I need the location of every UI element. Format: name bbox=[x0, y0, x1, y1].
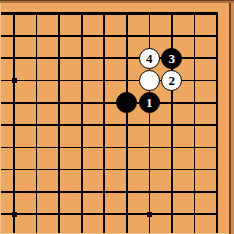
stone-white-plain bbox=[139, 70, 160, 91]
stone-white-4: 4 bbox=[139, 48, 160, 69]
frame-top-border bbox=[0, 0, 234, 3]
stone-move-number: 1 bbox=[146, 96, 153, 109]
stone-black-1: 1 bbox=[139, 92, 160, 113]
frame-bottom-highlight bbox=[0, 233, 234, 234]
stone-move-number: 2 bbox=[169, 73, 176, 86]
frame-left-highlight bbox=[0, 0, 1, 234]
stone-move-number: 4 bbox=[146, 51, 153, 64]
board-cell: 1 bbox=[138, 92, 161, 114]
board-cell: 3 bbox=[161, 47, 184, 69]
board-cell bbox=[115, 92, 138, 114]
board-cell: 2 bbox=[161, 69, 184, 91]
stone-white-2: 2 bbox=[161, 70, 182, 91]
stone-move-number: 3 bbox=[169, 51, 176, 64]
frame-right-outer-border bbox=[231, 0, 234, 234]
board-cell bbox=[138, 69, 161, 91]
stones-layer: 1234 bbox=[3, 2, 228, 225]
stone-black-plain bbox=[116, 92, 137, 113]
go-board-diagram: 1234 bbox=[0, 0, 234, 234]
stone-black-3: 3 bbox=[161, 48, 182, 69]
board-cell: 4 bbox=[138, 47, 161, 69]
